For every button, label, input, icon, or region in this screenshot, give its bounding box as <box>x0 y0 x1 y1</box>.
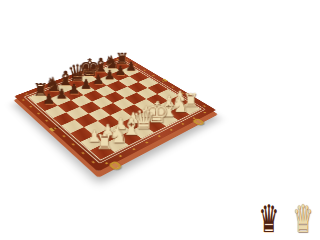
chess-board: ♜♞♝♛♚♝♞♜♟♟♟♟♟♟♟♟♟♟♟♟♟♟♟♟♜♞♝♛♚♝♞♜ <box>14 55 216 172</box>
product-photo: ♜♞♝♛♚♝♞♜♟♟♟♟♟♟♟♟♟♟♟♟♟♟♟♟♜♞♝♛♚♝♞♜ ♛♛♛♛ <box>0 0 220 220</box>
dark-pawn: ♟ <box>80 77 92 90</box>
dark-pawn: ♟ <box>92 73 104 86</box>
dark-pawn: ♟ <box>104 68 116 81</box>
dark-pawn: ♟ <box>42 92 55 106</box>
light-rook: ♜ <box>95 132 114 153</box>
dark-pawn: ♟ <box>55 87 67 101</box>
dark-pawn: ♟ <box>126 60 137 73</box>
square <box>79 102 101 114</box>
board-grid: ♜♞♝♛♚♝♞♜♟♟♟♟♟♟♟♟♟♟♟♟♟♟♟♟♜♞♝♛♚♝♞♜ <box>29 61 200 159</box>
dark-pawn: ♟ <box>68 82 80 96</box>
brass-clasp-icon <box>192 118 206 126</box>
dark-pawn: ♟ <box>115 64 127 77</box>
brass-clasp-icon <box>108 161 123 171</box>
